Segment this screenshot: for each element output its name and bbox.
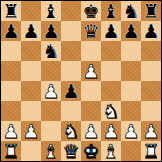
square-d3[interactable] <box>61 101 81 121</box>
square-g8[interactable]: ♞ <box>121 1 141 21</box>
square-h2[interactable]: ♟ <box>141 121 161 141</box>
square-a7[interactable]: ♟ <box>1 21 21 41</box>
square-b5[interactable] <box>21 61 41 81</box>
square-f8[interactable]: ♝ <box>101 1 121 21</box>
square-g7[interactable]: ♟ <box>121 21 141 41</box>
square-f6[interactable] <box>101 41 121 61</box>
square-c5[interactable] <box>41 61 61 81</box>
square-f7[interactable]: ♟ <box>101 21 121 41</box>
square-e6[interactable] <box>81 41 101 61</box>
black-king[interactable]: ♚ <box>81 1 101 21</box>
black-knight[interactable]: ♞ <box>121 1 141 21</box>
square-g1[interactable] <box>121 141 141 161</box>
white-rook[interactable]: ♜ <box>141 141 161 161</box>
square-g4[interactable] <box>121 81 141 101</box>
chess-board: ♜♝♚♝♞♜♟♟♟♛♟♟♟♞♟♟♟♞♟♟♞♟♟♟♟♜♝♛♚♝♜ <box>1 1 161 161</box>
square-c8[interactable]: ♝ <box>41 1 61 21</box>
square-f4[interactable] <box>101 81 121 101</box>
square-c1[interactable]: ♝ <box>41 141 61 161</box>
square-e1[interactable]: ♚ <box>81 141 101 161</box>
square-d1[interactable]: ♛ <box>61 141 81 161</box>
black-bishop[interactable]: ♝ <box>41 1 61 21</box>
white-pawn[interactable]: ♟ <box>141 121 161 141</box>
white-pawn[interactable]: ♟ <box>121 121 141 141</box>
square-e3[interactable] <box>81 101 101 121</box>
square-a8[interactable]: ♜ <box>1 1 21 21</box>
square-c4[interactable]: ♟ <box>41 81 61 101</box>
square-c7[interactable]: ♟ <box>41 21 61 41</box>
black-queen[interactable]: ♛ <box>81 21 101 41</box>
square-h5[interactable] <box>141 61 161 81</box>
white-pawn[interactable]: ♟ <box>81 61 101 81</box>
square-d8[interactable] <box>61 1 81 21</box>
square-g6[interactable] <box>121 41 141 61</box>
square-g2[interactable]: ♟ <box>121 121 141 141</box>
square-f5[interactable] <box>101 61 121 81</box>
square-h3[interactable] <box>141 101 161 121</box>
black-pawn[interactable]: ♟ <box>41 21 61 41</box>
black-rook[interactable]: ♜ <box>1 1 21 21</box>
square-e5[interactable]: ♟ <box>81 61 101 81</box>
white-bishop[interactable]: ♝ <box>101 141 121 161</box>
black-pawn[interactable]: ♟ <box>21 21 41 41</box>
black-rook[interactable]: ♜ <box>141 1 161 21</box>
square-a1[interactable]: ♜ <box>1 141 21 161</box>
white-king[interactable]: ♚ <box>81 141 101 161</box>
square-d7[interactable] <box>61 21 81 41</box>
white-bishop[interactable]: ♝ <box>41 141 61 161</box>
square-c2[interactable] <box>41 121 61 141</box>
square-a3[interactable] <box>1 101 21 121</box>
square-f1[interactable]: ♝ <box>101 141 121 161</box>
square-b7[interactable]: ♟ <box>21 21 41 41</box>
square-a5[interactable] <box>1 61 21 81</box>
square-e7[interactable]: ♛ <box>81 21 101 41</box>
square-e4[interactable] <box>81 81 101 101</box>
square-b6[interactable] <box>21 41 41 61</box>
white-queen[interactable]: ♛ <box>61 141 81 161</box>
square-c3[interactable] <box>41 101 61 121</box>
square-d2[interactable]: ♞ <box>61 121 81 141</box>
black-pawn[interactable]: ♟ <box>1 21 21 41</box>
square-b3[interactable] <box>21 101 41 121</box>
square-h8[interactable]: ♜ <box>141 1 161 21</box>
square-a4[interactable] <box>1 81 21 101</box>
square-d6[interactable] <box>61 41 81 61</box>
square-h7[interactable]: ♟ <box>141 21 161 41</box>
square-b1[interactable] <box>21 141 41 161</box>
black-pawn[interactable]: ♟ <box>141 21 161 41</box>
black-bishop[interactable]: ♝ <box>101 1 121 21</box>
square-b8[interactable] <box>21 1 41 21</box>
square-e2[interactable]: ♟ <box>81 121 101 141</box>
white-pawn[interactable]: ♟ <box>21 121 41 141</box>
black-pawn[interactable]: ♟ <box>61 81 81 101</box>
square-a6[interactable] <box>1 41 21 61</box>
white-pawn[interactable]: ♟ <box>1 121 21 141</box>
square-c6[interactable]: ♞ <box>41 41 61 61</box>
white-pawn[interactable]: ♟ <box>81 121 101 141</box>
square-g3[interactable] <box>121 101 141 121</box>
white-knight[interactable]: ♞ <box>101 101 121 121</box>
square-h6[interactable] <box>141 41 161 61</box>
black-knight[interactable]: ♞ <box>41 41 61 61</box>
white-knight[interactable]: ♞ <box>61 121 81 141</box>
square-a2[interactable]: ♟ <box>1 121 21 141</box>
white-pawn[interactable]: ♟ <box>41 81 61 101</box>
square-e8[interactable]: ♚ <box>81 1 101 21</box>
black-pawn[interactable]: ♟ <box>101 21 121 41</box>
square-f2[interactable]: ♟ <box>101 121 121 141</box>
black-pawn[interactable]: ♟ <box>121 21 141 41</box>
white-pawn[interactable]: ♟ <box>101 121 121 141</box>
square-g5[interactable] <box>121 61 141 81</box>
square-h4[interactable] <box>141 81 161 101</box>
white-rook[interactable]: ♜ <box>1 141 21 161</box>
square-d4[interactable]: ♟ <box>61 81 81 101</box>
square-b4[interactable] <box>21 81 41 101</box>
square-b2[interactable]: ♟ <box>21 121 41 141</box>
square-h1[interactable]: ♜ <box>141 141 161 161</box>
square-f3[interactable]: ♞ <box>101 101 121 121</box>
square-d5[interactable] <box>61 61 81 81</box>
chess-board-frame: ♜♝♚♝♞♜♟♟♟♛♟♟♟♞♟♟♟♞♟♟♞♟♟♟♟♜♝♛♚♝♜ <box>0 0 162 162</box>
